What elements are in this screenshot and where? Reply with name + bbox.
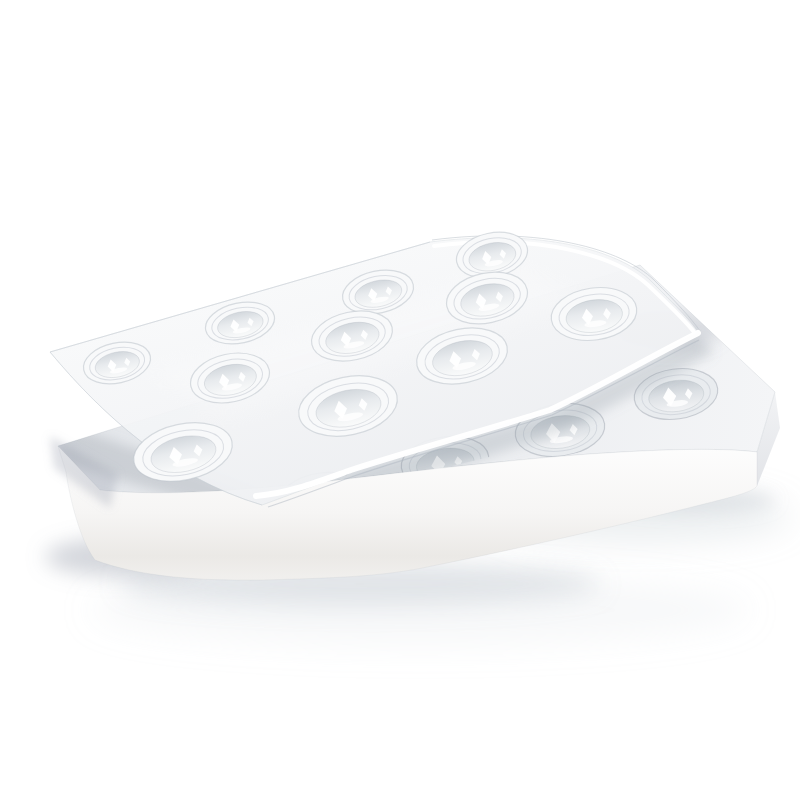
- scene-svg: [0, 0, 800, 800]
- product-photo: [0, 0, 800, 800]
- scene-root: [0, 0, 800, 800]
- floor-reflection: [90, 574, 750, 646]
